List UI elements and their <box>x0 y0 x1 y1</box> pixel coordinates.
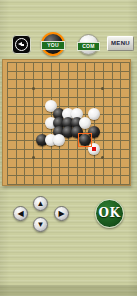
board-grid <box>7 62 130 185</box>
back-icon <box>15 38 28 51</box>
cursor-frame <box>78 133 92 147</box>
player-com-label: COM <box>77 42 100 51</box>
dpad-right-button[interactable]: ▶ <box>54 206 69 221</box>
back-button[interactable] <box>12 35 31 54</box>
dpad-down-button[interactable]: ▼ <box>33 217 48 232</box>
bottom-bar <box>0 285 137 296</box>
dpad-left-button[interactable]: ◀ <box>13 206 28 221</box>
ok-button[interactable]: OK <box>95 199 124 228</box>
player-you-stone: YOU <box>41 32 65 56</box>
gomoku-board[interactable] <box>2 59 131 186</box>
white-stone <box>88 108 100 120</box>
star-point <box>101 87 104 90</box>
last-move-marker <box>92 147 96 151</box>
star-point <box>32 87 35 90</box>
menu-button[interactable]: MENU <box>107 36 134 51</box>
player-you-label: YOU <box>41 41 65 50</box>
star-point <box>32 156 35 159</box>
star-point <box>101 156 104 159</box>
game-screen: YOU COM MENU ▲ ◀ ▶ ▼ OK <box>0 0 137 296</box>
white-stone <box>53 134 65 146</box>
dpad-up-button[interactable]: ▲ <box>33 196 48 211</box>
player-com-stone: COM <box>78 34 99 55</box>
